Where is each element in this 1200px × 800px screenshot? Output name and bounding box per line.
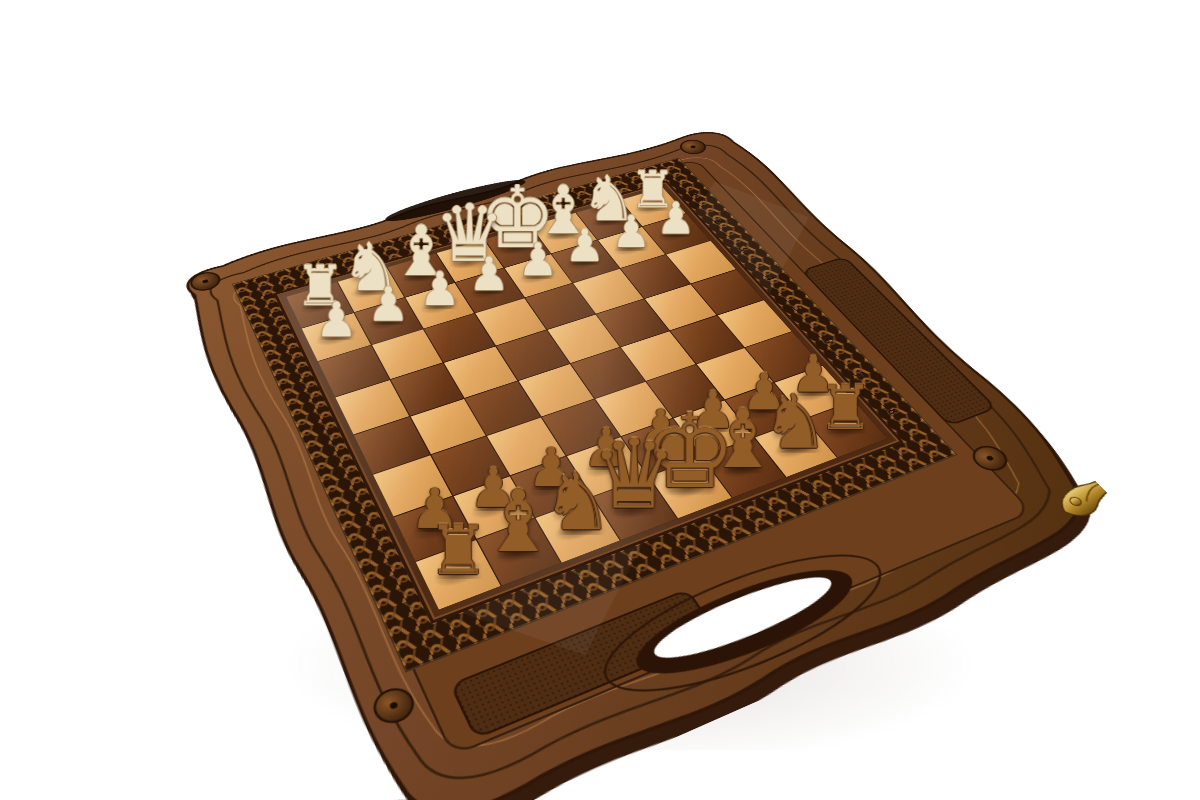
piece-glyph: ♟ [469, 252, 510, 298]
product-photo-scene: 12345678 ♜♞♝♛♚♝♞♜♟♟♟♟♟♟♟♟♟♟♟♟♟♟♟♟♜♝♞♛♚♝♞… [0, 0, 1200, 800]
piece-glyph: ♟ [565, 224, 605, 269]
piece-glyph: ♟ [518, 237, 559, 283]
piece-glyph: ♟ [315, 296, 358, 344]
piece-glyph: ♟ [611, 210, 651, 254]
rank-label: 2 [689, 208, 745, 235]
piece-glyph: ♝ [480, 479, 557, 565]
